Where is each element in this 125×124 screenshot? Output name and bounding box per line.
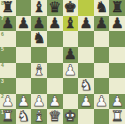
square-b3[interactable]	[16, 78, 32, 94]
piece-white-rook-icon[interactable]: ♜	[111, 109, 124, 124]
square-d1[interactable]: ♛	[47, 109, 63, 124]
square-c1[interactable]: ♝	[31, 109, 47, 124]
square-h7[interactable]: ♟	[109, 16, 125, 32]
piece-black-rook-icon[interactable]: ♜	[111, 0, 124, 16]
square-f2[interactable]: ♟	[78, 94, 94, 110]
piece-black-knight-icon[interactable]: ♞	[33, 31, 46, 47]
square-d6[interactable]	[47, 31, 63, 47]
square-f3[interactable]: ♞	[78, 78, 94, 94]
piece-black-king-icon[interactable]: ♚	[64, 0, 77, 16]
square-g1[interactable]	[94, 109, 110, 124]
square-e8[interactable]: ♚	[63, 0, 79, 16]
square-h1[interactable]: ♜	[109, 109, 125, 124]
square-d4[interactable]	[47, 63, 63, 79]
piece-black-pawn-icon[interactable]: ♟	[111, 16, 124, 32]
square-h8[interactable]: ♜	[109, 0, 125, 16]
square-e3[interactable]	[63, 78, 79, 94]
piece-black-bishop-icon[interactable]: ♝	[64, 16, 77, 32]
piece-white-rook-icon[interactable]: ♜	[1, 109, 14, 124]
square-d3[interactable]	[47, 78, 63, 94]
square-a7[interactable]: 7♟	[0, 16, 16, 32]
square-h2[interactable]: ♟	[109, 94, 125, 110]
square-b1[interactable]: ♞	[16, 109, 32, 124]
square-f8[interactable]	[78, 0, 94, 16]
piece-white-pawn-icon[interactable]: ♟	[111, 94, 124, 110]
piece-black-pawn-icon[interactable]: ♟	[48, 16, 61, 32]
piece-white-pawn-icon[interactable]: ♟	[95, 94, 108, 110]
square-h4[interactable]	[109, 63, 125, 79]
square-c2[interactable]: ♟	[31, 94, 47, 110]
piece-white-queen-icon[interactable]: ♛	[48, 109, 61, 124]
square-a8[interactable]: 8♜	[0, 0, 16, 16]
square-h5[interactable]	[109, 47, 125, 63]
rank-label-4: 4	[1, 63, 4, 68]
piece-black-pawn-icon[interactable]: ♟	[1, 16, 14, 32]
square-h6[interactable]	[109, 31, 125, 47]
piece-white-knight-icon[interactable]: ♞	[79, 78, 92, 94]
piece-white-pawn-icon[interactable]: ♟	[1, 94, 14, 110]
square-c4[interactable]: ♝	[31, 63, 47, 79]
square-d2[interactable]: ♟	[47, 94, 63, 110]
square-b7[interactable]: ♟	[16, 16, 32, 32]
square-g8[interactable]: ♞	[94, 0, 110, 16]
piece-black-queen-icon[interactable]: ♛	[48, 0, 61, 16]
square-h3[interactable]	[109, 78, 125, 94]
piece-white-pawn-icon[interactable]: ♟	[17, 94, 30, 110]
square-e1[interactable]: ♚	[63, 109, 79, 124]
square-g3[interactable]	[94, 78, 110, 94]
piece-white-pawn-icon[interactable]: ♟	[48, 94, 61, 110]
square-g5[interactable]	[94, 47, 110, 63]
rank-label-5: 5	[1, 47, 4, 52]
piece-black-pawn-icon[interactable]: ♟	[33, 16, 46, 32]
square-g2[interactable]: ♟	[94, 94, 110, 110]
square-f4[interactable]	[78, 63, 94, 79]
piece-white-bishop-icon[interactable]: ♝	[33, 109, 46, 124]
square-b8[interactable]	[16, 0, 32, 16]
piece-white-king-icon[interactable]: ♚	[64, 109, 77, 124]
piece-white-pawn-icon[interactable]: ♟	[33, 94, 46, 110]
rank-label-3: 3	[1, 79, 4, 84]
square-d5[interactable]	[47, 47, 63, 63]
square-f7[interactable]: ♟	[78, 16, 94, 32]
square-a5[interactable]: 5	[0, 47, 16, 63]
square-c6[interactable]: ♞	[31, 31, 47, 47]
piece-white-pawn-icon[interactable]: ♟	[64, 63, 77, 79]
piece-black-pawn-icon[interactable]: ♟	[79, 16, 92, 32]
square-c5[interactable]	[31, 47, 47, 63]
square-a1[interactable]: 1♜	[0, 109, 16, 124]
piece-white-pawn-icon[interactable]: ♟	[79, 94, 92, 110]
square-b5[interactable]	[16, 47, 32, 63]
square-f6[interactable]	[78, 31, 94, 47]
square-d8[interactable]: ♛	[47, 0, 63, 16]
piece-black-pawn-icon[interactable]: ♟	[64, 47, 77, 63]
piece-black-knight-icon[interactable]: ♞	[95, 0, 108, 16]
piece-white-knight-icon[interactable]: ♞	[17, 109, 30, 124]
piece-black-pawn-icon[interactable]: ♟	[95, 16, 108, 32]
square-e4[interactable]: ♟	[63, 63, 79, 79]
square-c3[interactable]	[31, 78, 47, 94]
square-c7[interactable]: ♟	[31, 16, 47, 32]
piece-white-bishop-icon[interactable]: ♝	[33, 63, 46, 79]
square-b6[interactable]	[16, 31, 32, 47]
square-e6[interactable]	[63, 31, 79, 47]
rank-label-6: 6	[1, 32, 4, 37]
square-b4[interactable]	[16, 63, 32, 79]
square-g4[interactable]	[94, 63, 110, 79]
square-g6[interactable]	[94, 31, 110, 47]
square-a4[interactable]: 4	[0, 63, 16, 79]
piece-black-rook-icon[interactable]: ♜	[1, 0, 14, 16]
square-a3[interactable]: 3	[0, 78, 16, 94]
square-e5[interactable]: ♟	[63, 47, 79, 63]
square-d7[interactable]: ♟	[47, 16, 63, 32]
square-e7[interactable]: ♝	[63, 16, 79, 32]
chess-board: 8♜♝♛♚♞♜7♟♟♟♟♝♟♟♟6♞5♟4♝♟3♞2♟♟♟♟♟♟♟1♜♞♝♛♚♜	[0, 0, 125, 124]
piece-black-pawn-icon[interactable]: ♟	[17, 16, 30, 32]
square-g7[interactable]: ♟	[94, 16, 110, 32]
square-f5[interactable]	[78, 47, 94, 63]
square-b2[interactable]: ♟	[16, 94, 32, 110]
square-e2[interactable]	[63, 94, 79, 110]
square-f1[interactable]	[78, 109, 94, 124]
piece-black-bishop-icon[interactable]: ♝	[33, 0, 46, 16]
square-a6[interactable]: 6	[0, 31, 16, 47]
square-c8[interactable]: ♝	[31, 0, 47, 16]
square-a2[interactable]: 2♟	[0, 94, 16, 110]
